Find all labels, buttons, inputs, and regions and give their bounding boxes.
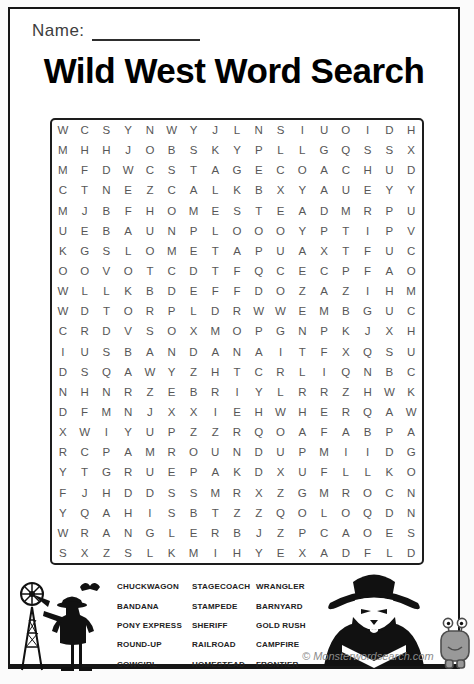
grid-cell-r22c2[interactable]: X <box>74 543 96 563</box>
grid-cell-r5c1[interactable]: M <box>52 201 74 221</box>
grid-cell-r11c14[interactable]: K <box>335 321 357 341</box>
grid-cell-r15c10[interactable]: H <box>248 402 270 422</box>
grid-cell-r13c2[interactable]: S <box>74 362 96 382</box>
grid-cell-r11c1[interactable]: C <box>52 321 74 341</box>
grid-cell-r6c8[interactable]: L <box>204 221 226 241</box>
grid-cell-r13c5[interactable]: W <box>139 362 161 382</box>
grid-cell-r19c10[interactable]: X <box>248 482 270 502</box>
grid-cell-r3c17[interactable]: D <box>400 160 422 180</box>
grid-cell-r5c2[interactable]: J <box>74 201 96 221</box>
grid-cell-r16c17[interactable]: A <box>400 422 422 442</box>
grid-cell-r14c8[interactable]: R <box>204 382 226 402</box>
grid-cell-r12c10[interactable]: A <box>248 342 270 362</box>
grid-cell-r21c12[interactable]: P <box>291 523 313 543</box>
grid-cell-r4c11[interactable]: X <box>270 180 292 200</box>
grid-cell-r2c7[interactable]: S <box>183 140 205 160</box>
grid-cell-r11c7[interactable]: X <box>183 321 205 341</box>
grid-cell-r2c16[interactable]: S <box>378 140 400 160</box>
grid-cell-r15c8[interactable]: I <box>204 402 226 422</box>
grid-cell-r8c6[interactable]: C <box>161 261 183 281</box>
grid-cell-r18c2[interactable]: T <box>74 462 96 482</box>
grid-cell-r18c3[interactable]: G <box>96 462 118 482</box>
grid-cell-r3c2[interactable]: F <box>74 160 96 180</box>
grid-cell-r12c17[interactable]: U <box>400 342 422 362</box>
grid-cell-r4c5[interactable]: Z <box>139 180 161 200</box>
grid-cell-r16c2[interactable]: W <box>74 422 96 442</box>
grid-cell-r18c17[interactable]: O <box>400 462 422 482</box>
grid-cell-r11c15[interactable]: J <box>357 321 379 341</box>
grid-cell-r8c1[interactable]: O <box>52 261 74 281</box>
grid-cell-r10c17[interactable]: C <box>400 301 422 321</box>
grid-cell-r11c12[interactable]: N <box>291 321 313 341</box>
grid-cell-r8c12[interactable]: E <box>291 261 313 281</box>
grid-cell-r11c16[interactable]: X <box>378 321 400 341</box>
grid-cell-r22c15[interactable]: F <box>357 543 379 563</box>
grid-cell-r19c16[interactable]: C <box>378 482 400 502</box>
grid-cell-r5c7[interactable]: M <box>183 201 205 221</box>
grid-cell-r3c7[interactable]: T <box>183 160 205 180</box>
grid-cell-r8c16[interactable]: A <box>378 261 400 281</box>
grid-cell-r10c14[interactable]: B <box>335 301 357 321</box>
grid-cell-r17c11[interactable]: U <box>270 442 292 462</box>
grid-cell-r10c11[interactable]: W <box>270 301 292 321</box>
grid-cell-r5c3[interactable]: B <box>96 201 118 221</box>
grid-cell-r18c11[interactable]: X <box>270 462 292 482</box>
grid-cell-r1c13[interactable]: U <box>313 120 335 140</box>
grid-cell-r22c17[interactable]: D <box>400 543 422 563</box>
grid-cell-r10c4[interactable]: O <box>117 301 139 321</box>
grid-cell-r4c4[interactable]: E <box>117 180 139 200</box>
grid-cell-r8c9[interactable]: F <box>226 261 248 281</box>
grid-cell-r3c12[interactable]: O <box>291 160 313 180</box>
grid-cell-r5c4[interactable]: F <box>117 201 139 221</box>
grid-cell-r15c3[interactable]: M <box>96 402 118 422</box>
grid-cell-r15c16[interactable]: A <box>378 402 400 422</box>
grid-cell-r20c8[interactable]: T <box>204 503 226 523</box>
grid-cell-r15c7[interactable]: X <box>183 402 205 422</box>
grid-cell-r9c13[interactable]: A <box>313 281 335 301</box>
grid-cell-r11c2[interactable]: R <box>74 321 96 341</box>
grid-cell-r13c16[interactable]: B <box>378 362 400 382</box>
grid-cell-r6c14[interactable]: T <box>335 221 357 241</box>
grid-cell-r13c4[interactable]: A <box>117 362 139 382</box>
grid-cell-r2c12[interactable]: L <box>291 140 313 160</box>
grid-cell-r12c12[interactable]: T <box>291 342 313 362</box>
grid-cell-r1c8[interactable]: J <box>204 120 226 140</box>
grid-cell-r14c1[interactable]: N <box>52 382 74 402</box>
grid-cell-r13c10[interactable]: C <box>248 362 270 382</box>
grid-cell-r2c15[interactable]: S <box>357 140 379 160</box>
grid-cell-r18c4[interactable]: R <box>117 462 139 482</box>
grid-cell-r22c1[interactable]: S <box>52 543 74 563</box>
grid-cell-r1c9[interactable]: L <box>226 120 248 140</box>
grid-cell-r3c16[interactable]: U <box>378 160 400 180</box>
grid-cell-r10c3[interactable]: T <box>96 301 118 321</box>
grid-cell-r5c8[interactable]: E <box>204 201 226 221</box>
grid-cell-r14c10[interactable]: Y <box>248 382 270 402</box>
grid-cell-r4c3[interactable]: N <box>96 180 118 200</box>
grid-cell-r16c10[interactable]: Q <box>248 422 270 442</box>
grid-cell-r9c7[interactable]: E <box>183 281 205 301</box>
grid-cell-r21c16[interactable]: E <box>378 523 400 543</box>
grid-cell-r6c16[interactable]: P <box>378 221 400 241</box>
grid-cell-r6c17[interactable]: V <box>400 221 422 241</box>
grid-cell-r13c17[interactable]: C <box>400 362 422 382</box>
grid-cell-r15c5[interactable]: J <box>139 402 161 422</box>
grid-cell-r15c14[interactable]: R <box>335 402 357 422</box>
grid-cell-r2c10[interactable]: P <box>248 140 270 160</box>
grid-cell-r14c3[interactable]: N <box>96 382 118 402</box>
grid-cell-r18c15[interactable]: L <box>357 462 379 482</box>
grid-cell-r14c12[interactable]: R <box>291 382 313 402</box>
grid-cell-r4c10[interactable]: B <box>248 180 270 200</box>
grid-cell-r16c14[interactable]: A <box>335 422 357 442</box>
grid-cell-r12c7[interactable]: D <box>183 342 205 362</box>
grid-cell-r14c15[interactable]: H <box>357 382 379 402</box>
grid-cell-r14c14[interactable]: Z <box>335 382 357 402</box>
grid-cell-r19c2[interactable]: J <box>74 482 96 502</box>
grid-cell-r14c11[interactable]: L <box>270 382 292 402</box>
grid-cell-r16c13[interactable]: F <box>313 422 335 442</box>
grid-cell-r3c9[interactable]: G <box>226 160 248 180</box>
grid-cell-r5c15[interactable]: R <box>357 201 379 221</box>
grid-cell-r9c14[interactable]: Z <box>335 281 357 301</box>
grid-cell-r7c17[interactable]: C <box>400 241 422 261</box>
grid-cell-r20c13[interactable]: L <box>313 503 335 523</box>
grid-cell-r22c8[interactable]: I <box>204 543 226 563</box>
grid-cell-r8c2[interactable]: O <box>74 261 96 281</box>
grid-cell-r7c8[interactable]: T <box>204 241 226 261</box>
grid-cell-r17c16[interactable]: D <box>378 442 400 462</box>
grid-cell-r19c8[interactable]: M <box>204 482 226 502</box>
grid-cell-r2c5[interactable]: O <box>139 140 161 160</box>
grid-cell-r8c8[interactable]: T <box>204 261 226 281</box>
grid-cell-r9c2[interactable]: L <box>74 281 96 301</box>
grid-cell-r20c3[interactable]: A <box>96 503 118 523</box>
grid-cell-r6c9[interactable]: O <box>226 221 248 241</box>
grid-cell-r19c12[interactable]: G <box>291 482 313 502</box>
grid-cell-r1c16[interactable]: D <box>378 120 400 140</box>
grid-cell-r20c14[interactable]: O <box>335 503 357 523</box>
grid-cell-r17c17[interactable]: G <box>400 442 422 462</box>
grid-cell-r15c9[interactable]: E <box>226 402 248 422</box>
grid-cell-r16c9[interactable]: R <box>226 422 248 442</box>
grid-cell-r7c4[interactable]: L <box>117 241 139 261</box>
grid-cell-r6c2[interactable]: E <box>74 221 96 241</box>
grid-cell-r1c12[interactable]: I <box>291 120 313 140</box>
grid-cell-r1c11[interactable]: S <box>270 120 292 140</box>
grid-cell-r2c11[interactable]: L <box>270 140 292 160</box>
grid-cell-r11c4[interactable]: V <box>117 321 139 341</box>
grid-cell-r19c6[interactable]: S <box>161 482 183 502</box>
grid-cell-r4c8[interactable]: L <box>204 180 226 200</box>
grid-cell-r21c17[interactable]: S <box>400 523 422 543</box>
grid-cell-r20c7[interactable]: B <box>183 503 205 523</box>
grid-cell-r7c12[interactable]: A <box>291 241 313 261</box>
grid-cell-r6c11[interactable]: O <box>270 221 292 241</box>
grid-cell-r12c1[interactable]: I <box>52 342 74 362</box>
grid-cell-r10c12[interactable]: E <box>291 301 313 321</box>
grid-cell-r6c10[interactable]: O <box>248 221 270 241</box>
grid-cell-r10c1[interactable]: W <box>52 301 74 321</box>
grid-cell-r7c9[interactable]: A <box>226 241 248 261</box>
grid-cell-r10c13[interactable]: M <box>313 301 335 321</box>
grid-cell-r20c1[interactable]: Y <box>52 503 74 523</box>
grid-cell-r18c7[interactable]: P <box>183 462 205 482</box>
grid-cell-r17c15[interactable]: I <box>357 442 379 462</box>
grid-cell-r16c5[interactable]: U <box>139 422 161 442</box>
grid-cell-r5c12[interactable]: A <box>291 201 313 221</box>
grid-cell-r14c17[interactable]: K <box>400 382 422 402</box>
grid-cell-r1c2[interactable]: C <box>74 120 96 140</box>
grid-cell-r4c14[interactable]: U <box>335 180 357 200</box>
grid-cell-r10c10[interactable]: W <box>248 301 270 321</box>
grid-cell-r7c1[interactable]: K <box>52 241 74 261</box>
grid-cell-r11c3[interactable]: D <box>96 321 118 341</box>
grid-cell-r5c13[interactable]: D <box>313 201 335 221</box>
grid-cell-r22c14[interactable]: D <box>335 543 357 563</box>
grid-cell-r17c4[interactable]: A <box>117 442 139 462</box>
grid-cell-r10c9[interactable]: R <box>226 301 248 321</box>
grid-cell-r18c1[interactable]: Y <box>52 462 74 482</box>
grid-cell-r17c10[interactable]: D <box>248 442 270 462</box>
grid-cell-r17c14[interactable]: I <box>335 442 357 462</box>
grid-cell-r12c16[interactable]: S <box>378 342 400 362</box>
grid-cell-r10c2[interactable]: D <box>74 301 96 321</box>
grid-cell-r12c6[interactable]: N <box>161 342 183 362</box>
grid-cell-r10c5[interactable]: R <box>139 301 161 321</box>
grid-cell-r20c15[interactable]: Q <box>357 503 379 523</box>
grid-cell-r13c11[interactable]: R <box>270 362 292 382</box>
grid-cell-r18c14[interactable]: L <box>335 462 357 482</box>
grid-cell-r21c5[interactable]: G <box>139 523 161 543</box>
grid-cell-r11c6[interactable]: O <box>161 321 183 341</box>
grid-cell-r9c3[interactable]: L <box>96 281 118 301</box>
grid-cell-r13c8[interactable]: H <box>204 362 226 382</box>
grid-cell-r9c1[interactable]: W <box>52 281 74 301</box>
grid-cell-r8c4[interactable]: O <box>117 261 139 281</box>
grid-cell-r2c1[interactable]: M <box>52 140 74 160</box>
grid-cell-r20c6[interactable]: S <box>161 503 183 523</box>
grid-cell-r14c13[interactable]: R <box>313 382 335 402</box>
grid-cell-r20c4[interactable]: H <box>117 503 139 523</box>
grid-cell-r18c9[interactable]: K <box>226 462 248 482</box>
grid-cell-r2c13[interactable]: G <box>313 140 335 160</box>
grid-cell-r17c7[interactable]: O <box>183 442 205 462</box>
grid-cell-r8c7[interactable]: D <box>183 261 205 281</box>
grid-cell-r12c2[interactable]: U <box>74 342 96 362</box>
grid-cell-r14c7[interactable]: B <box>183 382 205 402</box>
grid-cell-r8c13[interactable]: C <box>313 261 335 281</box>
grid-cell-r14c5[interactable]: Z <box>139 382 161 402</box>
grid-cell-r3c4[interactable]: W <box>117 160 139 180</box>
grid-cell-r11c8[interactable]: M <box>204 321 226 341</box>
grid-cell-r15c17[interactable]: W <box>400 402 422 422</box>
grid-cell-r4c12[interactable]: Y <box>291 180 313 200</box>
grid-cell-r7c14[interactable]: T <box>335 241 357 261</box>
grid-cell-r8c5[interactable]: T <box>139 261 161 281</box>
grid-cell-r7c6[interactable]: M <box>161 241 183 261</box>
grid-cell-r2c17[interactable]: X <box>400 140 422 160</box>
grid-cell-r16c7[interactable]: Z <box>183 422 205 442</box>
grid-cell-r17c1[interactable]: R <box>52 442 74 462</box>
grid-cell-r19c5[interactable]: D <box>139 482 161 502</box>
grid-cell-r10c15[interactable]: G <box>357 301 379 321</box>
grid-cell-r22c10[interactable]: Y <box>248 543 270 563</box>
grid-cell-r5c5[interactable]: H <box>139 201 161 221</box>
grid-cell-r12c4[interactable]: B <box>117 342 139 362</box>
grid-cell-r4c6[interactable]: C <box>161 180 183 200</box>
grid-cell-r22c5[interactable]: L <box>139 543 161 563</box>
grid-cell-r21c4[interactable]: N <box>117 523 139 543</box>
grid-cell-r3c1[interactable]: M <box>52 160 74 180</box>
grid-cell-r21c3[interactable]: A <box>96 523 118 543</box>
grid-cell-r11c10[interactable]: P <box>248 321 270 341</box>
grid-cell-r21c11[interactable]: Z <box>270 523 292 543</box>
grid-cell-r22c3[interactable]: Z <box>96 543 118 563</box>
grid-cell-r13c12[interactable]: L <box>291 362 313 382</box>
grid-cell-r7c15[interactable]: F <box>357 241 379 261</box>
grid-cell-r6c7[interactable]: P <box>183 221 205 241</box>
grid-cell-r19c1[interactable]: F <box>52 482 74 502</box>
grid-cell-r9c5[interactable]: B <box>139 281 161 301</box>
grid-cell-r3c3[interactable]: D <box>96 160 118 180</box>
grid-cell-r9c6[interactable]: D <box>161 281 183 301</box>
grid-cell-r12c5[interactable]: A <box>139 342 161 362</box>
grid-cell-r7c3[interactable]: S <box>96 241 118 261</box>
grid-cell-r20c9[interactable]: Z <box>226 503 248 523</box>
grid-cell-r19c14[interactable]: R <box>335 482 357 502</box>
grid-cell-r5c10[interactable]: T <box>248 201 270 221</box>
grid-cell-r19c17[interactable]: N <box>400 482 422 502</box>
grid-cell-r16c1[interactable]: X <box>52 422 74 442</box>
grid-cell-r8c10[interactable]: Q <box>248 261 270 281</box>
grid-cell-r17c5[interactable]: M <box>139 442 161 462</box>
grid-cell-r21c9[interactable]: B <box>226 523 248 543</box>
grid-cell-r21c14[interactable]: A <box>335 523 357 543</box>
grid-cell-r16c16[interactable]: P <box>378 422 400 442</box>
grid-cell-r9c11[interactable]: O <box>270 281 292 301</box>
grid-cell-r1c17[interactable]: H <box>400 120 422 140</box>
grid-cell-r19c3[interactable]: H <box>96 482 118 502</box>
grid-cell-r21c10[interactable]: J <box>248 523 270 543</box>
grid-cell-r9c12[interactable]: Z <box>291 281 313 301</box>
grid-cell-r4c1[interactable]: C <box>52 180 74 200</box>
grid-cell-r13c6[interactable]: Y <box>161 362 183 382</box>
grid-cell-r3c6[interactable]: S <box>161 160 183 180</box>
grid-cell-r18c6[interactable]: E <box>161 462 183 482</box>
grid-cell-r2c9[interactable]: Y <box>226 140 248 160</box>
grid-cell-r9c8[interactable]: F <box>204 281 226 301</box>
grid-cell-r2c8[interactable]: K <box>204 140 226 160</box>
grid-cell-r13c15[interactable]: N <box>357 362 379 382</box>
grid-cell-r15c13[interactable]: E <box>313 402 335 422</box>
grid-cell-r22c9[interactable]: H <box>226 543 248 563</box>
grid-cell-r6c15[interactable]: I <box>357 221 379 241</box>
grid-cell-r10c6[interactable]: P <box>161 301 183 321</box>
grid-cell-r14c4[interactable]: R <box>117 382 139 402</box>
grid-cell-r19c13[interactable]: M <box>313 482 335 502</box>
grid-cell-r18c13[interactable]: F <box>313 462 335 482</box>
grid-cell-r3c13[interactable]: A <box>313 160 335 180</box>
grid-cell-r11c17[interactable]: H <box>400 321 422 341</box>
grid-cell-r1c14[interactable]: O <box>335 120 357 140</box>
grid-cell-r11c5[interactable]: S <box>139 321 161 341</box>
grid-cell-r7c2[interactable]: G <box>74 241 96 261</box>
grid-cell-r1c15[interactable]: I <box>357 120 379 140</box>
grid-cell-r13c1[interactable]: D <box>52 362 74 382</box>
grid-cell-r13c14[interactable]: Q <box>335 362 357 382</box>
grid-cell-r16c12[interactable]: A <box>291 422 313 442</box>
grid-cell-r7c5[interactable]: O <box>139 241 161 261</box>
grid-cell-r4c16[interactable]: Y <box>378 180 400 200</box>
grid-cell-r13c13[interactable]: I <box>313 362 335 382</box>
grid-cell-r1c5[interactable]: N <box>139 120 161 140</box>
grid-cell-r3c10[interactable]: E <box>248 160 270 180</box>
grid-cell-r8c3[interactable]: V <box>96 261 118 281</box>
grid-cell-r17c2[interactable]: C <box>74 442 96 462</box>
grid-cell-r6c1[interactable]: U <box>52 221 74 241</box>
grid-cell-r15c4[interactable]: N <box>117 402 139 422</box>
grid-cell-r6c3[interactable]: B <box>96 221 118 241</box>
grid-cell-r20c12[interactable]: O <box>291 503 313 523</box>
grid-cell-r1c10[interactable]: N <box>248 120 270 140</box>
grid-cell-r5c17[interactable]: U <box>400 201 422 221</box>
grid-cell-r19c15[interactable]: O <box>357 482 379 502</box>
grid-cell-r21c13[interactable]: C <box>313 523 335 543</box>
grid-cell-r21c8[interactable]: R <box>204 523 226 543</box>
grid-cell-r20c10[interactable]: Z <box>248 503 270 523</box>
grid-cell-r2c6[interactable]: B <box>161 140 183 160</box>
grid-cell-r1c1[interactable]: W <box>52 120 74 140</box>
grid-cell-r4c13[interactable]: A <box>313 180 335 200</box>
grid-cell-r1c4[interactable]: Y <box>117 120 139 140</box>
grid-cell-r12c8[interactable]: A <box>204 342 226 362</box>
grid-cell-r12c13[interactable]: F <box>313 342 335 362</box>
grid-cell-r10c7[interactable]: L <box>183 301 205 321</box>
grid-cell-r22c4[interactable]: S <box>117 543 139 563</box>
grid-cell-r5c9[interactable]: S <box>226 201 248 221</box>
grid-cell-r2c2[interactable]: H <box>74 140 96 160</box>
grid-cell-r13c7[interactable]: Z <box>183 362 205 382</box>
grid-cell-r6c6[interactable]: N <box>161 221 183 241</box>
grid-cell-r15c12[interactable]: H <box>291 402 313 422</box>
grid-cell-r3c11[interactable]: C <box>270 160 292 180</box>
grid-cell-r14c9[interactable]: I <box>226 382 248 402</box>
grid-cell-r8c17[interactable]: O <box>400 261 422 281</box>
grid-cell-r4c17[interactable]: Y <box>400 180 422 200</box>
grid-cell-r2c14[interactable]: Q <box>335 140 357 160</box>
grid-cell-r21c1[interactable]: W <box>52 523 74 543</box>
grid-cell-r16c11[interactable]: O <box>270 422 292 442</box>
grid-cell-r6c13[interactable]: P <box>313 221 335 241</box>
grid-cell-r5c6[interactable]: O <box>161 201 183 221</box>
grid-cell-r16c8[interactable]: Z <box>204 422 226 442</box>
grid-cell-r18c8[interactable]: A <box>204 462 226 482</box>
grid-cell-r20c11[interactable]: Q <box>270 503 292 523</box>
grid-cell-r18c5[interactable]: U <box>139 462 161 482</box>
grid-cell-r20c16[interactable]: D <box>378 503 400 523</box>
grid-cell-r9c9[interactable]: F <box>226 281 248 301</box>
grid-cell-r22c6[interactable]: K <box>161 543 183 563</box>
grid-cell-r15c2[interactable]: F <box>74 402 96 422</box>
grid-cell-r8c14[interactable]: P <box>335 261 357 281</box>
grid-cell-r4c7[interactable]: A <box>183 180 205 200</box>
grid-cell-r7c11[interactable]: U <box>270 241 292 261</box>
grid-cell-r1c7[interactable]: Y <box>183 120 205 140</box>
grid-cell-r14c6[interactable]: E <box>161 382 183 402</box>
grid-cell-r3c8[interactable]: A <box>204 160 226 180</box>
